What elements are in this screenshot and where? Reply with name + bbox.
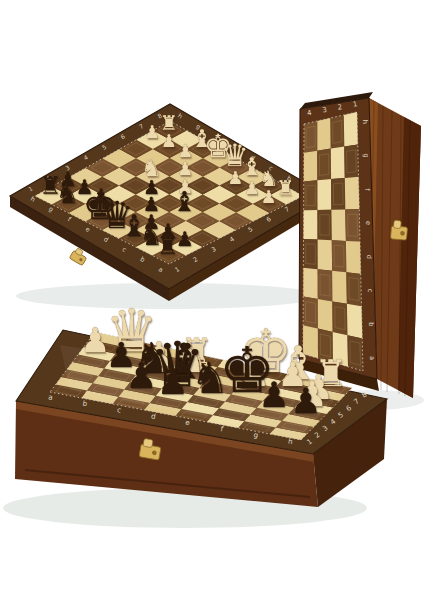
svg-text:b: b (367, 322, 375, 326)
svg-text:e: e (364, 221, 372, 225)
svg-text:c: c (366, 289, 374, 293)
boards-scene: abcdefgh12345678abcdefgh123456784321hgfe… (0, 0, 424, 600)
open-board-top: abcdefgh12345678abcdefgh12345678 (10, 104, 328, 301)
folded-box: 4321hgfedcba (299, 92, 421, 398)
svg-text:h: h (361, 120, 369, 124)
chess-set-product-photo: abcdefgh12345678abcdefgh123456784321hgfe… (0, 0, 424, 600)
svg-text:g: g (362, 154, 370, 158)
svg-text:d: d (365, 255, 373, 259)
svg-text:a: a (368, 356, 376, 360)
